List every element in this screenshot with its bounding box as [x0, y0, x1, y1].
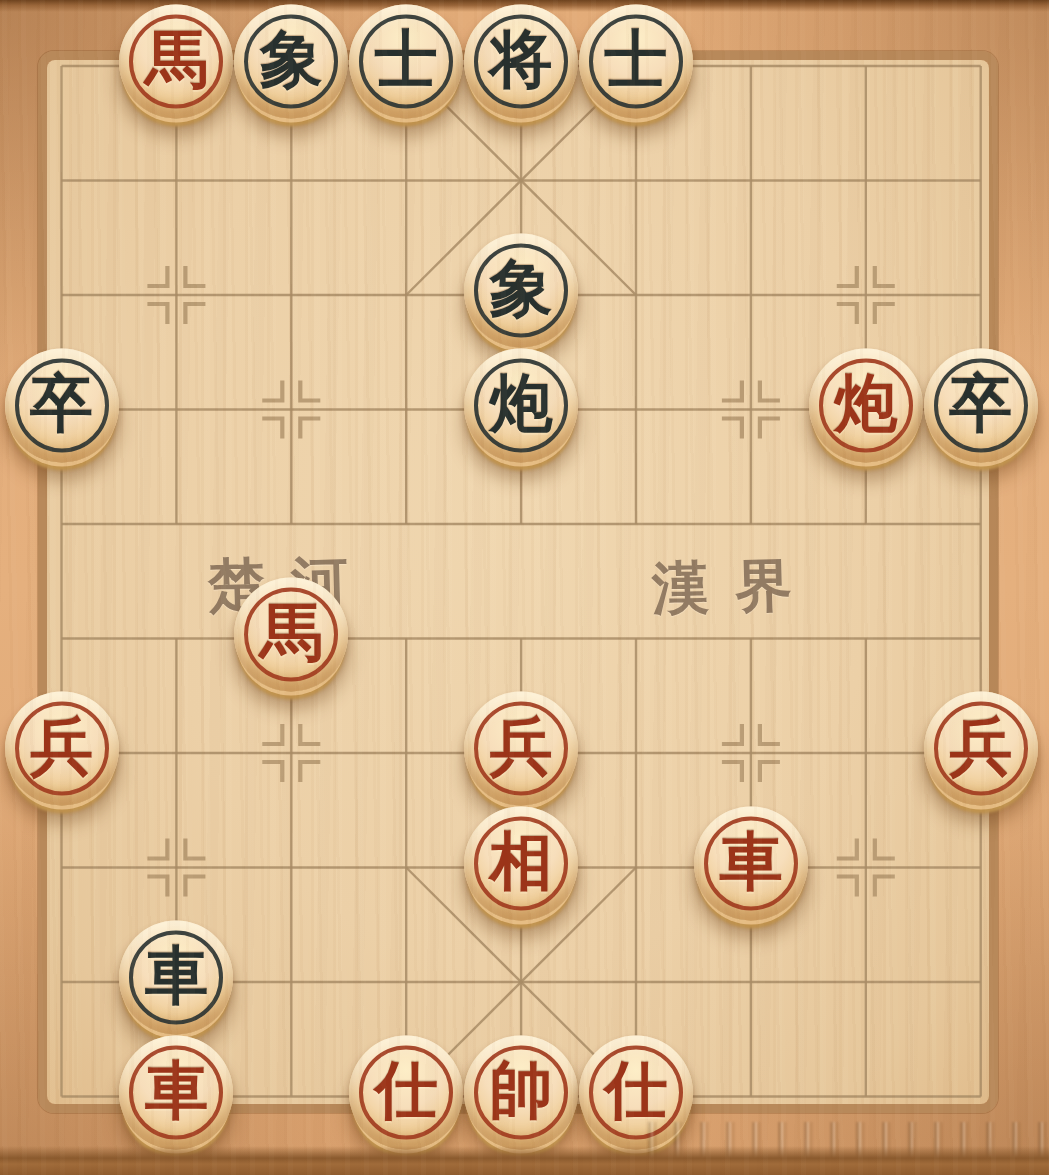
piece-black-chariot[interactable]: 車: [119, 920, 233, 1034]
piece-black-elephant[interactable]: 象: [234, 4, 348, 118]
piece-black-soldier[interactable]: 卒: [924, 348, 1038, 462]
piece-red-general[interactable]: 帥: [464, 1035, 578, 1149]
piece-glyph: 卒: [30, 372, 93, 438]
piece-glyph: 兵: [490, 715, 553, 781]
piece-red-cannon[interactable]: 炮: [809, 348, 923, 462]
xiangqi-board: 楚河 漢界 馬象士将士象卒炮炮卒馬兵兵兵相車車車仕帥仕: [0, 0, 1049, 1175]
piece-black-advisor[interactable]: 士: [349, 4, 463, 118]
piece-glyph: 車: [145, 1059, 208, 1125]
piece-glyph: 卒: [949, 372, 1012, 438]
piece-glyph: 炮: [834, 372, 897, 438]
piece-black-soldier[interactable]: 卒: [5, 348, 119, 462]
piece-red-chariot[interactable]: 車: [119, 1035, 233, 1149]
piece-red-chariot[interactable]: 車: [694, 806, 808, 920]
piece-red-advisor[interactable]: 仕: [349, 1035, 463, 1149]
piece-glyph: 兵: [30, 715, 93, 781]
piece-red-advisor[interactable]: 仕: [579, 1035, 693, 1149]
piece-glyph: 兵: [949, 715, 1012, 781]
piece-glyph: 士: [375, 28, 438, 94]
piece-glyph: 仕: [605, 1059, 668, 1125]
river-label-right: 漢界: [651, 547, 819, 628]
piece-glyph: 相: [490, 830, 553, 896]
piece-glyph: 士: [605, 28, 668, 94]
piece-red-soldier[interactable]: 兵: [5, 691, 119, 805]
piece-glyph: 象: [260, 28, 323, 94]
board-bottom-bevel: [0, 1146, 1049, 1175]
piece-glyph: 仕: [375, 1059, 438, 1125]
piece-glyph: 象: [490, 257, 553, 323]
piece-red-horse[interactable]: 馬: [119, 4, 233, 118]
piece-glyph: 車: [145, 944, 208, 1010]
piece-red-elephant[interactable]: 相: [464, 806, 578, 920]
piece-glyph: 馬: [260, 601, 323, 667]
piece-red-soldier[interactable]: 兵: [924, 691, 1038, 805]
piece-black-elephant[interactable]: 象: [464, 233, 578, 347]
piece-glyph: 帥: [490, 1059, 553, 1125]
piece-glyph: 炮: [490, 372, 553, 438]
piece-glyph: 馬: [145, 28, 208, 94]
piece-black-advisor[interactable]: 士: [579, 4, 693, 118]
piece-red-horse[interactable]: 馬: [234, 577, 348, 691]
piece-red-soldier[interactable]: 兵: [464, 691, 578, 805]
piece-black-general[interactable]: 将: [464, 4, 578, 118]
piece-glyph: 車: [719, 830, 782, 896]
piece-black-cannon[interactable]: 炮: [464, 348, 578, 462]
piece-glyph: 将: [490, 28, 553, 94]
